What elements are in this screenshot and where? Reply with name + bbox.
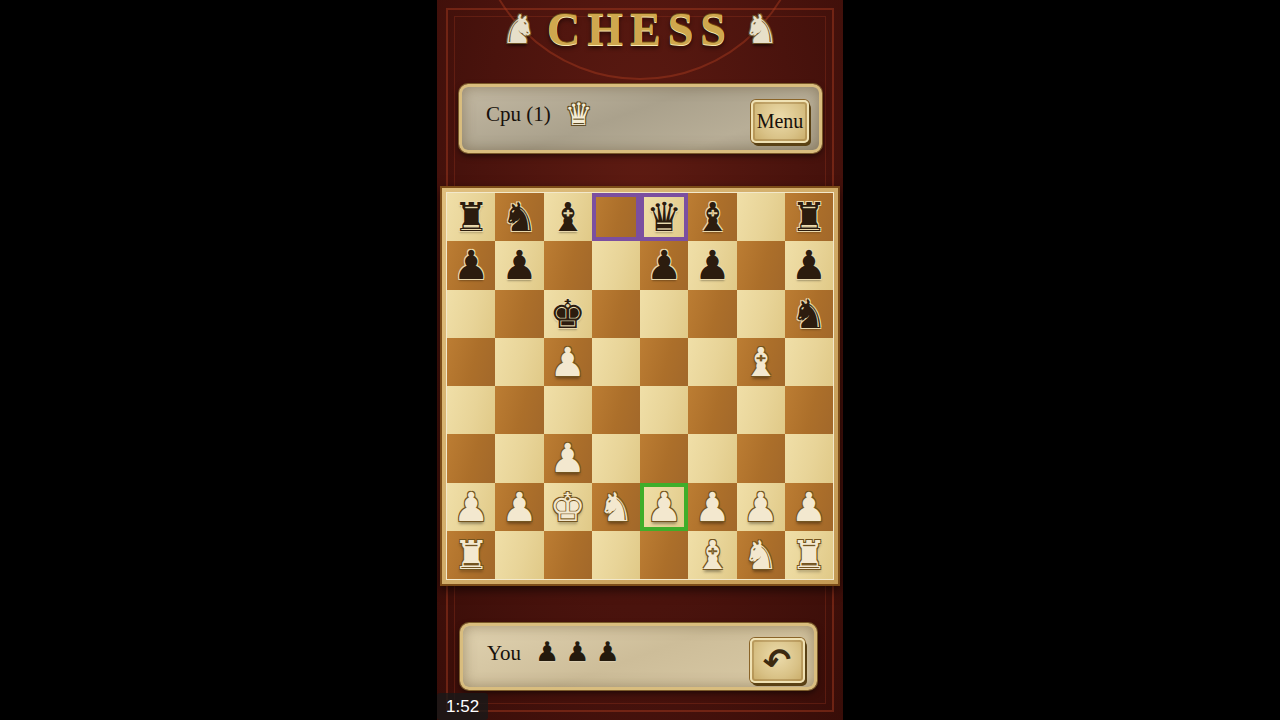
piece-white-bishop: ♝	[694, 535, 730, 575]
piece-black-rook: ♜	[791, 197, 827, 237]
piece-black-knight: ♞	[791, 294, 827, 334]
piece-black-bishop: ♝	[550, 197, 586, 237]
square-a2[interactable]: ♟	[447, 483, 495, 531]
square-h7[interactable]: ♟	[785, 241, 833, 289]
square-f3[interactable]	[688, 434, 736, 482]
square-c1[interactable]	[544, 531, 592, 579]
chess-board: ♜♞♝♛♝♜♟♟♟♟♟♚♞♟♝♟♟♟♚♞♟♟♟♟♜♝♞♜	[446, 192, 834, 580]
piece-black-queen: ♛	[646, 197, 682, 237]
piece-black-pawn: ♟	[694, 245, 730, 285]
captured-black-pawn-icon: ♟	[535, 638, 559, 665]
piece-black-pawn: ♟	[453, 245, 489, 285]
square-e3[interactable]	[640, 434, 688, 482]
piece-white-pawn: ♟	[453, 487, 489, 527]
square-h8[interactable]: ♜	[785, 193, 833, 241]
square-f8[interactable]: ♝	[688, 193, 736, 241]
square-d4[interactable]	[592, 386, 640, 434]
chess-board-frame: ♜♞♝♛♝♜♟♟♟♟♟♚♞♟♝♟♟♟♚♞♟♟♟♟♜♝♞♜	[440, 186, 840, 586]
piece-white-pawn: ♟	[791, 487, 827, 527]
square-g3[interactable]	[737, 434, 785, 482]
app-screen: ♞ CHESS ♞ Cpu (1) ♛ Menu ♜♞♝♛♝♜♟♟♟♟♟♚♞♟♝…	[437, 0, 843, 720]
square-a7[interactable]: ♟	[447, 241, 495, 289]
square-d7[interactable]	[592, 241, 640, 289]
piece-white-knight: ♞	[598, 487, 634, 527]
piece-white-pawn: ♟	[550, 342, 586, 382]
square-g7[interactable]	[737, 241, 785, 289]
square-b8[interactable]: ♞	[495, 193, 543, 241]
square-c4[interactable]	[544, 386, 592, 434]
square-c7[interactable]	[544, 241, 592, 289]
square-g1[interactable]: ♞	[737, 531, 785, 579]
square-g4[interactable]	[737, 386, 785, 434]
square-b1[interactable]	[495, 531, 543, 579]
opponent-bar: Cpu (1) ♛ Menu	[459, 84, 822, 153]
piece-white-pawn: ♟	[550, 438, 586, 478]
undo-button[interactable]: ↶	[750, 638, 805, 683]
square-d8[interactable]	[592, 193, 640, 241]
square-a6[interactable]	[447, 290, 495, 338]
piece-white-pawn: ♟	[646, 487, 682, 527]
square-h5[interactable]	[785, 338, 833, 386]
square-b6[interactable]	[495, 290, 543, 338]
square-g6[interactable]	[737, 290, 785, 338]
square-f5[interactable]	[688, 338, 736, 386]
square-h2[interactable]: ♟	[785, 483, 833, 531]
square-b3[interactable]	[495, 434, 543, 482]
square-f1[interactable]: ♝	[688, 531, 736, 579]
square-h6[interactable]: ♞	[785, 290, 833, 338]
square-b4[interactable]	[495, 386, 543, 434]
piece-white-pawn: ♟	[501, 487, 537, 527]
piece-black-rook: ♜	[453, 197, 489, 237]
piece-black-pawn: ♟	[501, 245, 537, 285]
square-h3[interactable]	[785, 434, 833, 482]
piece-black-pawn: ♟	[791, 245, 827, 285]
square-e7[interactable]: ♟	[640, 241, 688, 289]
square-g2[interactable]: ♟	[737, 483, 785, 531]
square-d6[interactable]	[592, 290, 640, 338]
square-a1[interactable]: ♜	[447, 531, 495, 579]
square-c5[interactable]: ♟	[544, 338, 592, 386]
title-bar: ♞ CHESS ♞	[437, 0, 843, 58]
piece-white-king: ♚	[550, 487, 586, 527]
player-captured-tray: ♟♟♟	[535, 638, 620, 665]
square-h4[interactable]	[785, 386, 833, 434]
captured-black-pawn-icon: ♟	[596, 638, 620, 665]
square-b5[interactable]	[495, 338, 543, 386]
captured-black-pawn-icon: ♟	[565, 638, 589, 665]
square-d1[interactable]	[592, 531, 640, 579]
square-d3[interactable]	[592, 434, 640, 482]
piece-white-bishop: ♝	[743, 342, 779, 382]
square-e5[interactable]	[640, 338, 688, 386]
player-bar: You ♟♟♟ ↶	[460, 623, 817, 690]
square-d5[interactable]	[592, 338, 640, 386]
square-b2[interactable]: ♟	[495, 483, 543, 531]
piece-white-pawn: ♟	[694, 487, 730, 527]
piece-white-rook: ♜	[453, 535, 489, 575]
piece-black-bishop: ♝	[694, 197, 730, 237]
square-e2[interactable]: ♟	[640, 483, 688, 531]
menu-button[interactable]: Menu	[751, 100, 809, 143]
square-a8[interactable]: ♜	[447, 193, 495, 241]
knight-icon: ♞	[743, 9, 779, 49]
square-g5[interactable]: ♝	[737, 338, 785, 386]
square-f4[interactable]	[688, 386, 736, 434]
square-b7[interactable]: ♟	[495, 241, 543, 289]
square-a4[interactable]	[447, 386, 495, 434]
opponent-captured-tray: ♛	[565, 99, 593, 130]
video-timestamp: 1:52	[437, 693, 488, 720]
square-e8[interactable]: ♛	[640, 193, 688, 241]
square-h1[interactable]: ♜	[785, 531, 833, 579]
square-c3[interactable]: ♟	[544, 434, 592, 482]
captured-white-queen-icon: ♛	[565, 99, 593, 130]
piece-white-knight: ♞	[743, 535, 779, 575]
piece-white-rook: ♜	[791, 535, 827, 575]
square-e4[interactable]	[640, 386, 688, 434]
square-c8[interactable]: ♝	[544, 193, 592, 241]
square-c6[interactable]: ♚	[544, 290, 592, 338]
square-c2[interactable]: ♚	[544, 483, 592, 531]
piece-black-pawn: ♟	[646, 245, 682, 285]
square-f2[interactable]: ♟	[688, 483, 736, 531]
piece-black-knight: ♞	[501, 197, 537, 237]
square-e6[interactable]	[640, 290, 688, 338]
undo-arrow-icon: ↶	[761, 642, 794, 680]
piece-black-king: ♚	[550, 294, 586, 334]
square-f7[interactable]: ♟	[688, 241, 736, 289]
opponent-name: Cpu (1)	[486, 99, 551, 127]
square-f6[interactable]	[688, 290, 736, 338]
square-a3[interactable]	[447, 434, 495, 482]
app-title: CHESS	[547, 3, 733, 56]
player-name: You	[487, 638, 521, 666]
square-e1[interactable]	[640, 531, 688, 579]
menu-button-label: Menu	[757, 110, 804, 133]
square-a5[interactable]	[447, 338, 495, 386]
knight-icon: ♞	[501, 9, 537, 49]
square-d2[interactable]: ♞	[592, 483, 640, 531]
piece-white-pawn: ♟	[743, 487, 779, 527]
square-g8[interactable]	[737, 193, 785, 241]
